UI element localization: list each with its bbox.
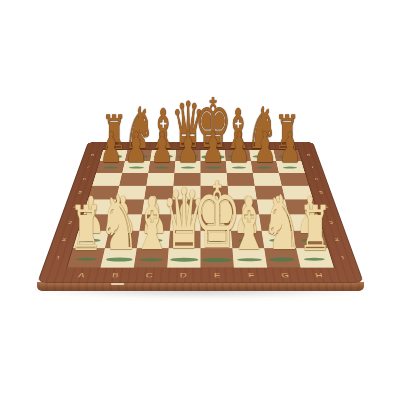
square-h8 [274,150,302,161]
square-c8 [150,150,176,161]
file-label-f: F [234,272,269,279]
square-e7 [200,161,226,173]
square-d5 [172,186,200,200]
square-f5 [228,186,257,200]
square-c5 [144,186,173,200]
rank-label-left-8: 8 [83,154,102,157]
square-b3 [109,214,142,230]
rank-label-left-7: 7 [78,165,98,168]
rank-label-right-5: 5 [310,191,332,195]
square-g2 [262,231,297,249]
square-e8 [200,150,225,161]
square-f7 [226,161,253,173]
square-h6 [279,173,309,186]
square-c7 [148,161,175,173]
square-c3 [139,214,171,230]
square-a4 [83,199,116,214]
square-a3 [78,214,112,230]
chessboard: ABCDEFGH 87654321 87654321 [37,142,364,283]
square-a8 [100,150,128,161]
square-c6 [146,173,174,186]
square-c4 [142,199,172,214]
square-f1 [232,248,267,267]
square-a1 [67,248,105,267]
file-label-c: C [132,272,167,279]
rank-label-right-3: 3 [319,220,342,224]
file-label-d: D [166,272,200,279]
square-b4 [113,199,145,214]
file-labels: ABCDEFGH [62,268,338,283]
board-grid [67,150,334,268]
square-g7 [251,161,279,173]
square-g8 [249,150,276,161]
square-g5 [255,186,285,200]
square-g3 [259,214,292,230]
square-b5 [116,186,146,200]
chessboard-photo: ABCDEFGH 87654321 87654321 ♜♞♝♛♚♝♞♜♟♟♟♟♟… [0,0,400,400]
square-g4 [257,199,289,214]
file-label-a: A [64,272,100,279]
square-e2 [200,231,232,249]
square-d1 [167,248,200,267]
square-d4 [171,199,200,214]
rank-label-left-6: 6 [74,177,95,180]
square-d6 [173,173,200,186]
square-e5 [200,186,228,200]
square-g1 [264,248,300,267]
file-label-b: B [98,272,133,279]
rank-label-left-1: 1 [45,255,71,260]
square-b1 [100,248,136,267]
square-b6 [119,173,148,186]
rank-label-right-6: 6 [306,177,327,180]
square-e3 [200,214,231,230]
square-a2 [73,231,109,249]
square-c2 [137,231,170,249]
square-a5 [88,186,119,200]
square-h4 [285,199,318,214]
square-e4 [200,199,229,214]
rank-label-left-2: 2 [52,237,77,242]
rank-label-right-1: 1 [330,255,356,260]
square-g6 [253,173,282,186]
square-h5 [282,186,313,200]
rank-label-left-4: 4 [64,205,86,209]
board-front-edge [37,282,364,291]
square-e1 [200,248,233,267]
rank-label-right-2: 2 [325,237,350,242]
square-d8 [175,150,200,161]
rank-label-right-7: 7 [303,165,323,168]
square-f8 [225,150,251,161]
square-c1 [134,248,169,267]
rank-label-right-8: 8 [299,154,318,157]
square-f2 [231,231,264,249]
square-f4 [229,199,259,214]
square-a7 [96,161,125,173]
square-b2 [105,231,140,249]
square-a6 [92,173,122,186]
file-label-e: E [200,272,234,279]
square-h7 [276,161,305,173]
rank-label-left-3: 3 [58,220,81,224]
file-label-g: G [268,272,303,279]
square-f6 [227,173,255,186]
rank-label-left-5: 5 [69,191,91,195]
square-d7 [174,161,200,173]
square-d2 [169,231,201,249]
file-label-h: H [302,272,338,279]
square-e6 [200,173,227,186]
rank-label-right-4: 4 [315,205,337,209]
square-b7 [122,161,150,173]
square-b8 [125,150,152,161]
square-d3 [170,214,201,230]
square-f3 [230,214,262,230]
